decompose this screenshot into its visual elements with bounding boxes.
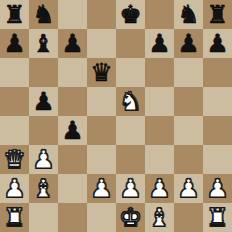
square-h6[interactable] — [203, 58, 232, 87]
square-b7[interactable]: ♝ — [29, 29, 58, 58]
square-d6[interactable]: ♛ — [87, 58, 116, 87]
square-h8[interactable]: ♜ — [203, 0, 232, 29]
white-pawn-icon: ♟ — [90, 174, 112, 203]
square-c5[interactable] — [58, 87, 87, 116]
white-rook-icon: ♜ — [3, 203, 25, 232]
square-b1[interactable] — [29, 203, 58, 232]
square-g1[interactable] — [174, 203, 203, 232]
square-c7[interactable]: ♟ — [58, 29, 87, 58]
square-d5[interactable] — [87, 87, 116, 116]
square-d8[interactable] — [87, 0, 116, 29]
square-c2[interactable] — [58, 174, 87, 203]
white-bishop-icon: ♝ — [32, 174, 54, 203]
black-pawn-icon: ♟ — [3, 29, 25, 58]
square-d7[interactable] — [87, 29, 116, 58]
white-rook-icon: ♜ — [206, 203, 228, 232]
square-f1[interactable]: ♝ — [145, 203, 174, 232]
square-h7[interactable]: ♟ — [203, 29, 232, 58]
square-e3[interactable] — [116, 145, 145, 174]
square-d1[interactable] — [87, 203, 116, 232]
square-b8[interactable]: ♞ — [29, 0, 58, 29]
black-rook-icon: ♜ — [206, 0, 228, 29]
square-e4[interactable] — [116, 116, 145, 145]
black-pawn-icon: ♟ — [32, 87, 54, 116]
black-knight-icon: ♞ — [177, 0, 199, 29]
square-f7[interactable]: ♟ — [145, 29, 174, 58]
square-d4[interactable] — [87, 116, 116, 145]
square-a8[interactable]: ♜ — [0, 0, 29, 29]
white-pawn-icon: ♟ — [177, 174, 199, 203]
square-g4[interactable] — [174, 116, 203, 145]
white-pawn-icon: ♟ — [206, 174, 228, 203]
square-h2[interactable]: ♟ — [203, 174, 232, 203]
black-king-icon: ♚ — [119, 0, 141, 29]
white-pawn-icon: ♟ — [32, 145, 54, 174]
square-b3[interactable]: ♟ — [29, 145, 58, 174]
square-b2[interactable]: ♝ — [29, 174, 58, 203]
square-a1[interactable]: ♜ — [0, 203, 29, 232]
white-pawn-icon: ♟ — [148, 174, 170, 203]
square-g7[interactable]: ♟ — [174, 29, 203, 58]
black-pawn-icon: ♟ — [148, 29, 170, 58]
square-g5[interactable] — [174, 87, 203, 116]
black-pawn-icon: ♟ — [61, 29, 83, 58]
black-pawn-icon: ♟ — [177, 29, 199, 58]
square-e2[interactable]: ♟ — [116, 174, 145, 203]
black-rook-icon: ♜ — [3, 0, 25, 29]
square-f3[interactable] — [145, 145, 174, 174]
square-h3[interactable] — [203, 145, 232, 174]
square-h5[interactable] — [203, 87, 232, 116]
square-b6[interactable] — [29, 58, 58, 87]
white-queen-icon: ♛ — [3, 145, 25, 174]
square-g3[interactable] — [174, 145, 203, 174]
black-queen-icon: ♛ — [90, 58, 112, 87]
square-d2[interactable]: ♟ — [87, 174, 116, 203]
square-g8[interactable]: ♞ — [174, 0, 203, 29]
square-a7[interactable]: ♟ — [0, 29, 29, 58]
square-c4[interactable]: ♟ — [58, 116, 87, 145]
square-f6[interactable] — [145, 58, 174, 87]
square-g6[interactable] — [174, 58, 203, 87]
square-d3[interactable] — [87, 145, 116, 174]
square-f2[interactable]: ♟ — [145, 174, 174, 203]
square-c3[interactable] — [58, 145, 87, 174]
black-knight-icon: ♞ — [32, 0, 54, 29]
square-a2[interactable]: ♟ — [0, 174, 29, 203]
square-g2[interactable]: ♟ — [174, 174, 203, 203]
square-b5[interactable]: ♟ — [29, 87, 58, 116]
square-c1[interactable] — [58, 203, 87, 232]
square-a5[interactable] — [0, 87, 29, 116]
black-pawn-icon: ♟ — [61, 116, 83, 145]
white-pawn-icon: ♟ — [3, 174, 25, 203]
square-h4[interactable] — [203, 116, 232, 145]
black-pawn-icon: ♟ — [206, 29, 228, 58]
square-h1[interactable]: ♜ — [203, 203, 232, 232]
square-b4[interactable] — [29, 116, 58, 145]
square-f4[interactable] — [145, 116, 174, 145]
white-king-icon: ♚ — [119, 203, 141, 232]
square-a4[interactable] — [0, 116, 29, 145]
white-pawn-icon: ♟ — [119, 174, 141, 203]
chess-board: ♜♞♚♞♜♟♝♟♟♟♟♛♟♞♟♛♟♟♝♟♟♟♟♟♜♚♝♜ — [0, 0, 232, 232]
square-e7[interactable] — [116, 29, 145, 58]
white-bishop-icon: ♝ — [148, 203, 170, 232]
square-c6[interactable] — [58, 58, 87, 87]
square-c8[interactable] — [58, 0, 87, 29]
square-e1[interactable]: ♚ — [116, 203, 145, 232]
square-e5[interactable]: ♞ — [116, 87, 145, 116]
square-e8[interactable]: ♚ — [116, 0, 145, 29]
square-a3[interactable]: ♛ — [0, 145, 29, 174]
square-f8[interactable] — [145, 0, 174, 29]
square-f5[interactable] — [145, 87, 174, 116]
black-bishop-icon: ♝ — [32, 29, 54, 58]
white-knight-icon: ♞ — [119, 87, 141, 116]
square-e6[interactable] — [116, 58, 145, 87]
square-a6[interactable] — [0, 58, 29, 87]
